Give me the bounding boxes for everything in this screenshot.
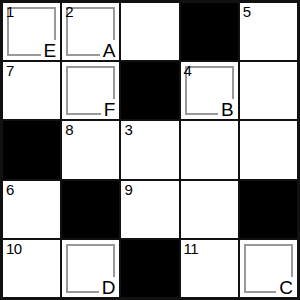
cell-r1c2[interactable]: A2	[61, 2, 120, 61]
clue-number: 8	[65, 122, 73, 138]
cell-r1c5[interactable]: 5	[239, 2, 298, 61]
block-cell-r4c2	[61, 180, 120, 239]
clue-number: 11	[184, 241, 199, 257]
clue-number: 5	[243, 4, 251, 20]
cell-r2c2[interactable]: F	[61, 61, 120, 120]
cell-r2c4[interactable]: B4	[180, 61, 239, 120]
block-cell-r3c1	[2, 120, 61, 179]
clue-number: 1	[6, 4, 14, 20]
cell-letter: C	[276, 277, 294, 297]
block-cell-r5c3	[120, 239, 179, 298]
cell-r3c5[interactable]	[239, 120, 298, 179]
block-cell-r4c5	[239, 180, 298, 239]
cell-r3c2[interactable]: 8	[61, 120, 120, 179]
crossword-grid: E1A257FB4836910D11C	[0, 0, 300, 300]
clue-number: 3	[124, 122, 132, 138]
clue-number: 9	[124, 182, 132, 198]
cell-r4c3[interactable]: 9	[120, 180, 179, 239]
cell-r2c5[interactable]	[239, 61, 298, 120]
cell-r4c4[interactable]	[180, 180, 239, 239]
cell-r5c2[interactable]: D	[61, 239, 120, 298]
cell-r1c3[interactable]	[120, 2, 179, 61]
block-cell-r1c4	[180, 2, 239, 61]
cell-letter: B	[218, 99, 235, 119]
clue-number: 4	[184, 63, 192, 79]
clue-number: 6	[6, 182, 14, 198]
clue-number: 7	[6, 63, 14, 79]
cell-r5c1[interactable]: 10	[2, 239, 61, 298]
cell-r1c1[interactable]: E1	[2, 2, 61, 61]
cell-r5c4[interactable]: 11	[180, 239, 239, 298]
clue-number: 10	[6, 241, 22, 257]
block-cell-r2c3	[120, 61, 179, 120]
cell-letter: D	[99, 277, 117, 297]
cell-letter: A	[100, 40, 117, 60]
clue-number: 2	[65, 4, 73, 20]
cell-r3c4[interactable]	[180, 120, 239, 179]
cell-r3c3[interactable]: 3	[120, 120, 179, 179]
cell-letter: E	[41, 40, 58, 60]
cell-letter: F	[101, 99, 117, 119]
cell-r4c1[interactable]: 6	[2, 180, 61, 239]
cell-r5c5[interactable]: C	[239, 239, 298, 298]
cell-r2c1[interactable]: 7	[2, 61, 61, 120]
